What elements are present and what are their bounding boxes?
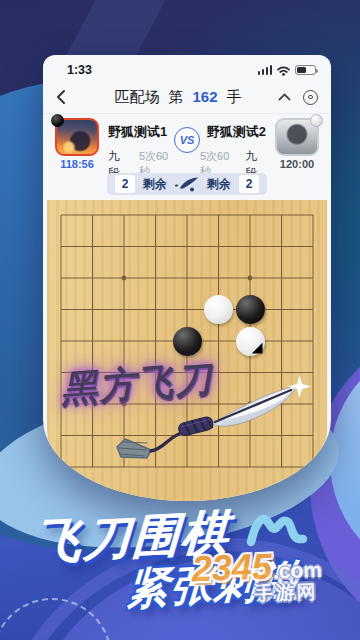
board-point-3-6[interactable] bbox=[108, 357, 140, 389]
board-point-7-8[interactable] bbox=[234, 420, 266, 452]
black-player-clock: 118:56 bbox=[60, 158, 94, 170]
board-point-9-2[interactable] bbox=[297, 231, 327, 263]
black-player-avatar-block: 118:56 bbox=[55, 118, 99, 170]
board-point-1-4[interactable] bbox=[47, 294, 77, 326]
board-point-9-7[interactable] bbox=[297, 388, 327, 420]
black-stone bbox=[236, 295, 265, 324]
board-point-8-8[interactable] bbox=[266, 420, 298, 452]
board-point-3-9[interactable] bbox=[108, 451, 140, 483]
board-point-4-3[interactable] bbox=[140, 262, 172, 294]
app-screenshot: 1:33 匹配场 第 162 手 bbox=[43, 55, 331, 501]
board-point-7-1[interactable] bbox=[234, 200, 266, 231]
white-player-name: 野狐测试2 bbox=[207, 123, 266, 141]
knife-counter-row: 2 剩余 剩余 2 bbox=[43, 170, 331, 198]
go-board[interactable]: 黑方飞刀 bbox=[47, 200, 327, 501]
board-point-8-7[interactable] bbox=[266, 388, 298, 420]
board-point-4-2[interactable] bbox=[140, 231, 172, 263]
board-point-4-8[interactable] bbox=[140, 420, 172, 452]
players-panel: 118:56 野狐测试1 九段 5次60秒 VS 野狐测试2 5次60秒 九段 bbox=[43, 114, 331, 170]
board-point-1-8[interactable] bbox=[47, 420, 77, 452]
back-button[interactable] bbox=[56, 89, 78, 105]
white-player-clock: 120:00 bbox=[280, 158, 314, 170]
board-point-6-5[interactable] bbox=[203, 325, 235, 357]
watermark-suffix: 手游网 bbox=[254, 579, 323, 607]
board-point-2-2[interactable] bbox=[77, 231, 109, 263]
board-point-1-1[interactable] bbox=[47, 200, 77, 231]
board-point-2-7[interactable] bbox=[77, 388, 109, 420]
board-point-8-2[interactable] bbox=[266, 231, 298, 263]
board-point-8-6[interactable] bbox=[266, 357, 298, 389]
board-point-8-5[interactable] bbox=[266, 325, 298, 357]
board-point-9-1[interactable] bbox=[297, 200, 327, 231]
board-point-6-7[interactable] bbox=[203, 388, 235, 420]
back-chevron-icon bbox=[56, 89, 66, 105]
board-point-6-3[interactable] bbox=[203, 262, 235, 294]
board-point-2-4[interactable] bbox=[77, 294, 109, 326]
mini-knife-icon bbox=[175, 176, 199, 192]
watermark: 2345.com 手游网 bbox=[191, 544, 323, 610]
board-point-2-5[interactable] bbox=[77, 325, 109, 357]
board-point-5-5[interactable] bbox=[171, 325, 203, 357]
board-point-7-7[interactable] bbox=[234, 388, 266, 420]
board-point-5-1[interactable] bbox=[171, 200, 203, 231]
board-point-2-8[interactable] bbox=[77, 420, 109, 452]
board-points bbox=[47, 200, 327, 483]
board-point-4-1[interactable] bbox=[140, 200, 172, 231]
board-point-6-4[interactable] bbox=[203, 294, 235, 326]
board-point-4-9[interactable] bbox=[140, 451, 172, 483]
board-point-5-9[interactable] bbox=[171, 451, 203, 483]
board-point-4-4[interactable] bbox=[140, 294, 172, 326]
board-point-5-4[interactable] bbox=[171, 294, 203, 326]
board-point-3-8[interactable] bbox=[108, 420, 140, 452]
board-point-3-7[interactable] bbox=[108, 388, 140, 420]
board-point-6-8[interactable] bbox=[203, 420, 235, 452]
board-point-7-3[interactable] bbox=[234, 262, 266, 294]
remaining-label-left: 剩余 bbox=[143, 176, 167, 193]
board-point-5-7[interactable] bbox=[171, 388, 203, 420]
board-point-7-4[interactable] bbox=[234, 294, 266, 326]
collapse-chevron-icon[interactable] bbox=[278, 93, 291, 101]
board-point-3-5[interactable] bbox=[108, 325, 140, 357]
board-point-3-4[interactable] bbox=[108, 294, 140, 326]
battery-icon bbox=[295, 65, 316, 76]
board-point-7-2[interactable] bbox=[234, 231, 266, 263]
board-point-1-5[interactable] bbox=[47, 325, 77, 357]
black-stone-badge bbox=[51, 114, 64, 127]
board-point-1-6[interactable] bbox=[47, 357, 77, 389]
black-player-avatar bbox=[55, 118, 99, 156]
board-point-9-8[interactable] bbox=[297, 420, 327, 452]
board-point-5-2[interactable] bbox=[171, 231, 203, 263]
board-point-6-6[interactable] bbox=[203, 357, 235, 389]
board-point-7-6[interactable] bbox=[234, 357, 266, 389]
triangle-marker bbox=[250, 341, 263, 354]
signal-icon bbox=[258, 65, 273, 75]
promo-page: 1:33 匹配场 第 162 手 bbox=[0, 0, 360, 640]
board-point-6-2[interactable] bbox=[203, 231, 235, 263]
remaining-label-right: 剩余 bbox=[207, 176, 231, 193]
app-header: 匹配场 第 162 手 bbox=[43, 81, 331, 114]
board-point-8-1[interactable] bbox=[266, 200, 298, 231]
vs-badge: VS bbox=[174, 127, 200, 153]
board-point-3-1[interactable] bbox=[108, 200, 140, 231]
move-suffix: 手 bbox=[227, 88, 242, 107]
board-point-2-1[interactable] bbox=[77, 200, 109, 231]
board-point-4-5[interactable] bbox=[140, 325, 172, 357]
white-stone-badge bbox=[310, 114, 323, 127]
board-point-4-6[interactable] bbox=[140, 357, 172, 389]
board-point-5-8[interactable] bbox=[171, 420, 203, 452]
knife-counter: 2 剩余 剩余 2 bbox=[107, 173, 267, 195]
status-bar: 1:33 bbox=[43, 55, 331, 81]
board-point-1-7[interactable] bbox=[47, 388, 77, 420]
board-point-3-3[interactable] bbox=[108, 262, 140, 294]
vs-wrap: VS bbox=[174, 118, 200, 170]
board-point-8-4[interactable] bbox=[266, 294, 298, 326]
board-point-2-3[interactable] bbox=[77, 262, 109, 294]
white-player-avatar bbox=[275, 118, 319, 156]
move-number: 162 bbox=[192, 88, 217, 105]
white-player-info: 野狐测试2 5次60秒 九段 bbox=[200, 118, 266, 170]
white-stone bbox=[204, 295, 233, 324]
wave-doodle bbox=[246, 508, 308, 548]
header-icons bbox=[278, 90, 318, 105]
board-point-9-5[interactable] bbox=[297, 325, 327, 357]
black-knives-remaining: 2 bbox=[115, 175, 135, 193]
black-player-name: 野狐测试1 bbox=[108, 123, 174, 141]
board-point-7-5[interactable] bbox=[234, 325, 266, 357]
board-point-7-9[interactable] bbox=[234, 451, 266, 483]
black-player-info: 野狐测试1 九段 5次60秒 bbox=[108, 118, 174, 170]
status-time: 1:33 bbox=[67, 63, 92, 77]
arena-label: 匹配场 bbox=[114, 88, 159, 107]
white-stone bbox=[236, 327, 265, 356]
white-knives-remaining: 2 bbox=[239, 175, 259, 193]
header-title: 匹配场 第 162 手 bbox=[78, 88, 278, 107]
board-point-6-9[interactable] bbox=[203, 451, 235, 483]
board-point-5-3[interactable] bbox=[171, 262, 203, 294]
board-point-1-2[interactable] bbox=[47, 231, 77, 263]
board-point-2-6[interactable] bbox=[77, 357, 109, 389]
board-point-5-6[interactable] bbox=[171, 357, 203, 389]
board-point-6-1[interactable] bbox=[203, 200, 235, 231]
move-prefix: 第 bbox=[168, 88, 183, 107]
status-icons bbox=[258, 65, 317, 76]
board-point-8-3[interactable] bbox=[266, 262, 298, 294]
white-player-avatar-block: 120:00 bbox=[275, 118, 319, 170]
board-point-4-7[interactable] bbox=[140, 388, 172, 420]
board-point-3-2[interactable] bbox=[108, 231, 140, 263]
board-point-9-3[interactable] bbox=[297, 262, 327, 294]
board-point-9-4[interactable] bbox=[297, 294, 327, 326]
wifi-icon bbox=[276, 65, 291, 76]
settings-icon[interactable] bbox=[303, 90, 318, 105]
board-point-1-3[interactable] bbox=[47, 262, 77, 294]
board-point-9-6[interactable] bbox=[297, 357, 327, 389]
black-stone bbox=[173, 327, 202, 356]
